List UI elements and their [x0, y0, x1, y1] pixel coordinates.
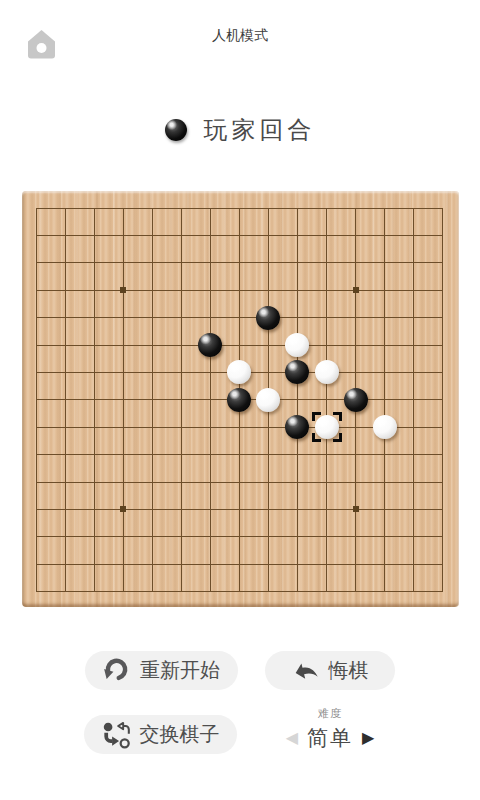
white-stone	[256, 388, 280, 412]
difficulty-label: 难度	[271, 706, 389, 721]
swap-pieces-icon	[102, 720, 132, 749]
black-stone	[285, 415, 309, 439]
white-stone	[315, 360, 339, 384]
difficulty-prev-icon[interactable]: ◀	[286, 730, 298, 746]
app-screen: 人机模式 玩家回合 重新开始 悔棋 交换棋子 难度 ◀ 简	[0, 0, 480, 800]
difficulty-next-icon[interactable]: ▶	[362, 730, 374, 746]
difficulty-value: 简单	[307, 724, 353, 752]
restart-button[interactable]: 重新开始	[85, 651, 238, 690]
black-stone	[198, 333, 222, 357]
turn-indicator: 玩家回合	[0, 114, 480, 146]
white-stone	[285, 333, 309, 357]
gomoku-board[interactable]	[22, 191, 459, 607]
star-point	[120, 287, 126, 293]
star-point	[353, 287, 359, 293]
white-stone	[227, 360, 251, 384]
black-stone-icon	[165, 119, 187, 141]
star-point	[120, 506, 126, 512]
swap-label: 交换棋子	[140, 721, 220, 748]
undo-label: 悔棋	[329, 657, 369, 684]
black-stone	[285, 360, 309, 384]
black-stone	[227, 388, 251, 412]
star-point	[353, 506, 359, 512]
turn-label: 玩家回合	[204, 114, 316, 146]
page-title: 人机模式	[0, 27, 480, 45]
white-stone	[373, 415, 397, 439]
restart-label: 重新开始	[140, 657, 220, 684]
swap-button[interactable]: 交换棋子	[84, 715, 237, 754]
undo-icon	[292, 657, 319, 684]
black-stone	[256, 306, 280, 330]
white-stone	[315, 415, 339, 439]
undo-button[interactable]: 悔棋	[265, 651, 395, 690]
black-stone	[344, 388, 368, 412]
restart-icon	[103, 657, 130, 684]
difficulty-selector: 难度 ◀ 简单 ▶	[271, 706, 389, 752]
